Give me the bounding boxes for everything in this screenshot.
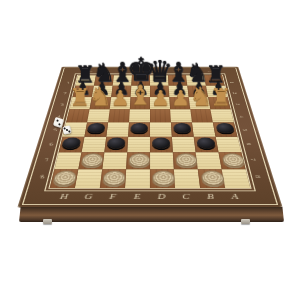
die-pip — [56, 119, 58, 121]
board-square — [192, 122, 216, 136]
board-square — [100, 169, 126, 188]
file-label: A — [222, 191, 249, 202]
hinge-left — [43, 219, 52, 224]
board-square: ♞ — [94, 75, 114, 86]
file-label: F — [101, 191, 126, 202]
light-checker — [201, 170, 226, 185]
file-labels-bottom: HGFEDCBA — [51, 191, 249, 202]
board-square: ♛ — [150, 75, 169, 86]
light-checker — [221, 153, 245, 167]
board-squares-grid: ♜♞♝♚♛♝♞♜♟♟♟♟♟♟♟♟♜♞♟♝♟♟♞♜ — [50, 75, 251, 188]
board-square: ♝ — [130, 97, 150, 109]
board-square: ♟ — [150, 86, 169, 97]
board-square — [128, 122, 150, 136]
board-square — [87, 109, 110, 122]
board-square — [59, 137, 85, 153]
black-checker — [61, 137, 82, 148]
board-square — [125, 169, 150, 188]
file-label: C — [174, 191, 199, 202]
light-checker — [81, 153, 104, 167]
board-square — [222, 169, 251, 188]
board-square — [216, 137, 242, 153]
board-square — [75, 169, 102, 188]
board-square: ♟ — [169, 86, 189, 97]
board-square: ♜ — [69, 97, 91, 109]
black-rook-piece: ♜ — [74, 63, 95, 86]
board-square — [174, 169, 200, 188]
file-label: B — [198, 191, 224, 202]
black-checker — [215, 123, 235, 133]
board-square — [127, 137, 150, 153]
board-frame: ABCDEFGH HGFEDCBA 12345678 12345678 ♜♞♝♚… — [22, 68, 278, 205]
die-pip — [59, 124, 61, 126]
board-square: ♜ — [75, 75, 96, 86]
rank-label: 4 — [229, 113, 253, 120]
board-square — [150, 122, 172, 136]
black-checker — [87, 123, 106, 133]
black-checker — [196, 137, 216, 148]
board-square — [126, 152, 150, 169]
hinge-right — [241, 219, 250, 224]
board-square — [78, 152, 104, 169]
board-square — [106, 122, 129, 136]
rank-label: 3 — [226, 101, 249, 107]
board-square: ♟ — [111, 86, 131, 97]
board-square: ♞ — [186, 75, 206, 86]
board-square: ♟ — [169, 97, 190, 109]
black-checker — [130, 123, 148, 133]
light-checker — [102, 170, 126, 185]
board-square — [82, 137, 107, 153]
rank-label: 2 — [224, 90, 247, 96]
board-square: ♝ — [168, 75, 187, 86]
board-square: ♟ — [92, 86, 113, 97]
board-square: ♟ — [72, 86, 93, 97]
board-square — [190, 109, 213, 122]
board-square — [104, 137, 128, 153]
board-square — [198, 169, 225, 188]
board-square — [170, 109, 192, 122]
file-label: D — [150, 191, 175, 202]
light-checker — [128, 153, 150, 167]
black-checker — [152, 137, 170, 148]
black-knight-piece: ♞ — [92, 60, 115, 86]
board-square — [218, 152, 245, 169]
board-square — [150, 109, 171, 122]
board-square — [172, 137, 196, 153]
board-square: ♞ — [189, 97, 211, 109]
board-square: ♝ — [113, 75, 132, 86]
product-photo-scene: ABCDEFGH HGFEDCBA 12345678 12345678 ♜♞♝♚… — [0, 0, 300, 300]
chessboard: ABCDEFGH HGFEDCBA 12345678 12345678 ♜♞♝♚… — [17, 67, 282, 208]
board-square — [194, 137, 219, 153]
board-square — [50, 169, 79, 188]
board-square — [196, 152, 222, 169]
board-square: ♟ — [150, 97, 170, 109]
light-checker — [52, 170, 77, 185]
board-square — [108, 109, 130, 122]
board-square: ♚ — [131, 75, 150, 86]
board-square — [213, 122, 238, 136]
die-2 — [62, 125, 71, 134]
board-square: ♟ — [131, 86, 150, 97]
inner-frame-inlay-line: ♜♞♝♚♛♝♞♜♟♟♟♟♟♟♟♟♜♞♟♝♟♟♞♜ — [48, 75, 251, 189]
rank-label: 1 — [221, 80, 243, 85]
board-perspective-wrap: ABCDEFGH HGFEDCBA 12345678 12345678 ♜♞♝♚… — [44, 5, 256, 241]
file-label: H — [51, 191, 78, 202]
board-square — [150, 137, 173, 153]
board-square — [173, 152, 198, 169]
file-label: E — [125, 191, 150, 202]
light-checker — [175, 153, 198, 167]
board-square: ♟ — [187, 86, 208, 97]
board-square — [102, 152, 127, 169]
board-square — [171, 122, 194, 136]
light-checker — [152, 170, 175, 185]
board-square: ♟ — [110, 97, 131, 109]
board-square — [84, 122, 108, 136]
black-checker — [107, 137, 126, 148]
black-checker — [173, 123, 191, 133]
board-square — [54, 152, 81, 169]
board-square — [66, 109, 89, 122]
die-pip — [68, 130, 70, 132]
board-square — [150, 169, 175, 188]
board-square — [150, 152, 174, 169]
board-square: ♞ — [90, 97, 112, 109]
board-square — [129, 109, 150, 122]
file-label: G — [76, 191, 102, 202]
